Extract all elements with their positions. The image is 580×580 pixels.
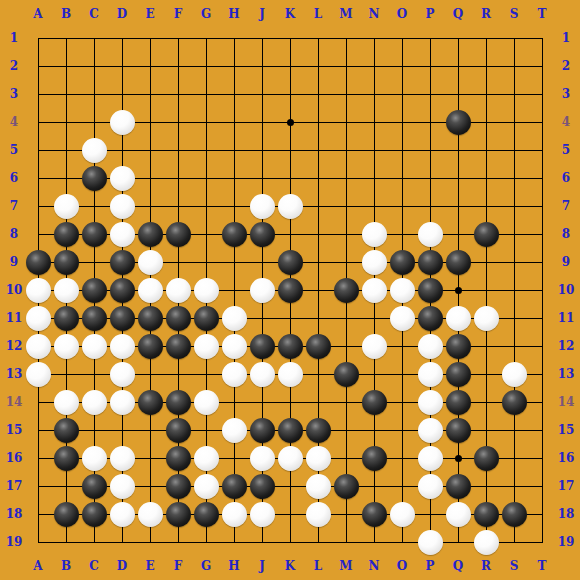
stone-white-N9[interactable]	[362, 250, 387, 275]
stone-white-G10[interactable]	[194, 278, 219, 303]
intersection-C7[interactable]	[80, 192, 108, 220]
stone-white-J16[interactable]	[250, 446, 275, 471]
intersection-F9[interactable]	[164, 248, 192, 276]
intersection-K2[interactable]	[276, 52, 304, 80]
intersection-E17[interactable]	[136, 472, 164, 500]
stone-white-C14[interactable]	[82, 390, 107, 415]
intersection-G17[interactable]	[192, 472, 220, 500]
intersection-M2[interactable]	[332, 52, 360, 80]
intersection-R13[interactable]	[472, 360, 500, 388]
intersection-F14[interactable]	[164, 388, 192, 416]
intersection-S16[interactable]	[500, 444, 528, 472]
intersection-E4[interactable]	[136, 108, 164, 136]
intersection-M8[interactable]	[332, 220, 360, 248]
intersection-P3[interactable]	[416, 80, 444, 108]
stone-black-Q15[interactable]	[446, 418, 471, 443]
stone-white-P14[interactable]	[418, 390, 443, 415]
intersection-T5[interactable]	[528, 136, 556, 164]
intersection-G1[interactable]	[192, 24, 220, 52]
intersection-T14[interactable]	[528, 388, 556, 416]
intersection-J15[interactable]	[248, 416, 276, 444]
intersection-B15[interactable]	[52, 416, 80, 444]
intersection-E1[interactable]	[136, 24, 164, 52]
intersection-M15[interactable]	[332, 416, 360, 444]
intersection-K4[interactable]	[276, 108, 304, 136]
intersection-R19[interactable]	[472, 528, 500, 556]
stone-black-R18[interactable]	[474, 502, 499, 527]
intersection-M19[interactable]	[332, 528, 360, 556]
intersection-B1[interactable]	[52, 24, 80, 52]
intersection-R2[interactable]	[472, 52, 500, 80]
intersection-N6[interactable]	[360, 164, 388, 192]
intersection-K12[interactable]	[276, 332, 304, 360]
intersection-L10[interactable]	[304, 276, 332, 304]
intersection-C14[interactable]	[80, 388, 108, 416]
stone-black-D9[interactable]	[110, 250, 135, 275]
intersection-N11[interactable]	[360, 304, 388, 332]
stone-black-F14[interactable]	[166, 390, 191, 415]
intersection-J17[interactable]	[248, 472, 276, 500]
intersection-D19[interactable]	[108, 528, 136, 556]
intersection-B3[interactable]	[52, 80, 80, 108]
intersection-B14[interactable]	[52, 388, 80, 416]
intersection-T18[interactable]	[528, 500, 556, 528]
intersection-Q3[interactable]	[444, 80, 472, 108]
intersection-T15[interactable]	[528, 416, 556, 444]
intersection-L13[interactable]	[304, 360, 332, 388]
stone-black-B8[interactable]	[54, 222, 79, 247]
intersection-R9[interactable]	[472, 248, 500, 276]
intersection-E3[interactable]	[136, 80, 164, 108]
stone-white-R11[interactable]	[474, 306, 499, 331]
intersection-M10[interactable]	[332, 276, 360, 304]
intersection-B16[interactable]	[52, 444, 80, 472]
stone-white-B12[interactable]	[54, 334, 79, 359]
intersection-R16[interactable]	[472, 444, 500, 472]
intersection-F2[interactable]	[164, 52, 192, 80]
stone-white-J10[interactable]	[250, 278, 275, 303]
intersection-M9[interactable]	[332, 248, 360, 276]
stone-black-M17[interactable]	[334, 474, 359, 499]
stone-white-D14[interactable]	[110, 390, 135, 415]
intersection-S17[interactable]	[500, 472, 528, 500]
intersection-J12[interactable]	[248, 332, 276, 360]
intersection-N8[interactable]	[360, 220, 388, 248]
intersection-B11[interactable]	[52, 304, 80, 332]
intersection-L4[interactable]	[304, 108, 332, 136]
stone-white-A11[interactable]	[26, 306, 51, 331]
intersection-F18[interactable]	[164, 500, 192, 528]
intersection-Q19[interactable]	[444, 528, 472, 556]
stone-black-N16[interactable]	[362, 446, 387, 471]
intersection-E2[interactable]	[136, 52, 164, 80]
intersection-C9[interactable]	[80, 248, 108, 276]
intersection-G13[interactable]	[192, 360, 220, 388]
intersection-R15[interactable]	[472, 416, 500, 444]
stone-black-P11[interactable]	[418, 306, 443, 331]
intersection-E10[interactable]	[136, 276, 164, 304]
intersection-O19[interactable]	[388, 528, 416, 556]
stone-white-N12[interactable]	[362, 334, 387, 359]
intersection-T16[interactable]	[528, 444, 556, 472]
intersection-O14[interactable]	[388, 388, 416, 416]
intersection-S1[interactable]	[500, 24, 528, 52]
stone-white-D17[interactable]	[110, 474, 135, 499]
intersection-L16[interactable]	[304, 444, 332, 472]
intersection-R17[interactable]	[472, 472, 500, 500]
intersection-J8[interactable]	[248, 220, 276, 248]
intersection-C6[interactable]	[80, 164, 108, 192]
stone-white-N8[interactable]	[362, 222, 387, 247]
intersection-C1[interactable]	[80, 24, 108, 52]
intersection-R8[interactable]	[472, 220, 500, 248]
intersection-P11[interactable]	[416, 304, 444, 332]
intersection-P14[interactable]	[416, 388, 444, 416]
intersection-T2[interactable]	[528, 52, 556, 80]
intersection-D1[interactable]	[108, 24, 136, 52]
stone-black-J8[interactable]	[250, 222, 275, 247]
intersection-P18[interactable]	[416, 500, 444, 528]
intersection-H2[interactable]	[220, 52, 248, 80]
intersection-Q9[interactable]	[444, 248, 472, 276]
stone-black-K10[interactable]	[278, 278, 303, 303]
stone-white-P16[interactable]	[418, 446, 443, 471]
stone-black-S18[interactable]	[502, 502, 527, 527]
intersection-H1[interactable]	[220, 24, 248, 52]
intersection-K17[interactable]	[276, 472, 304, 500]
intersection-D7[interactable]	[108, 192, 136, 220]
intersection-S15[interactable]	[500, 416, 528, 444]
intersection-A18[interactable]	[24, 500, 52, 528]
stone-white-B7[interactable]	[54, 194, 79, 219]
intersection-P13[interactable]	[416, 360, 444, 388]
intersection-G11[interactable]	[192, 304, 220, 332]
intersection-T1[interactable]	[528, 24, 556, 52]
intersection-M16[interactable]	[332, 444, 360, 472]
intersection-F19[interactable]	[164, 528, 192, 556]
stone-white-L16[interactable]	[306, 446, 331, 471]
intersection-L19[interactable]	[304, 528, 332, 556]
stone-black-B9[interactable]	[54, 250, 79, 275]
intersection-M13[interactable]	[332, 360, 360, 388]
intersection-H16[interactable]	[220, 444, 248, 472]
intersection-K13[interactable]	[276, 360, 304, 388]
intersection-A4[interactable]	[24, 108, 52, 136]
stone-white-E9[interactable]	[138, 250, 163, 275]
intersection-E7[interactable]	[136, 192, 164, 220]
intersection-J14[interactable]	[248, 388, 276, 416]
intersection-Q15[interactable]	[444, 416, 472, 444]
intersection-T13[interactable]	[528, 360, 556, 388]
intersection-O18[interactable]	[388, 500, 416, 528]
stone-white-E18[interactable]	[138, 502, 163, 527]
intersection-L17[interactable]	[304, 472, 332, 500]
stone-black-F8[interactable]	[166, 222, 191, 247]
intersection-D13[interactable]	[108, 360, 136, 388]
intersection-M12[interactable]	[332, 332, 360, 360]
intersection-B6[interactable]	[52, 164, 80, 192]
intersection-Q11[interactable]	[444, 304, 472, 332]
stone-white-D8[interactable]	[110, 222, 135, 247]
stone-black-F15[interactable]	[166, 418, 191, 443]
intersection-C15[interactable]	[80, 416, 108, 444]
intersection-T3[interactable]	[528, 80, 556, 108]
intersection-O5[interactable]	[388, 136, 416, 164]
intersection-O16[interactable]	[388, 444, 416, 472]
intersection-A5[interactable]	[24, 136, 52, 164]
intersection-E11[interactable]	[136, 304, 164, 332]
stone-black-N14[interactable]	[362, 390, 387, 415]
intersection-E19[interactable]	[136, 528, 164, 556]
stone-white-S13[interactable]	[502, 362, 527, 387]
intersection-H6[interactable]	[220, 164, 248, 192]
stone-black-R8[interactable]	[474, 222, 499, 247]
stone-black-B18[interactable]	[54, 502, 79, 527]
intersection-E14[interactable]	[136, 388, 164, 416]
stone-black-L12[interactable]	[306, 334, 331, 359]
intersection-G10[interactable]	[192, 276, 220, 304]
intersection-Q16[interactable]	[444, 444, 472, 472]
intersection-D3[interactable]	[108, 80, 136, 108]
intersection-N17[interactable]	[360, 472, 388, 500]
intersection-Q6[interactable]	[444, 164, 472, 192]
intersection-H14[interactable]	[220, 388, 248, 416]
intersection-F11[interactable]	[164, 304, 192, 332]
stone-white-G16[interactable]	[194, 446, 219, 471]
intersection-F10[interactable]	[164, 276, 192, 304]
intersection-S4[interactable]	[500, 108, 528, 136]
stone-white-A10[interactable]	[26, 278, 51, 303]
stone-black-F17[interactable]	[166, 474, 191, 499]
intersection-J7[interactable]	[248, 192, 276, 220]
stone-white-R19[interactable]	[474, 530, 499, 555]
intersection-D4[interactable]	[108, 108, 136, 136]
intersection-B18[interactable]	[52, 500, 80, 528]
intersection-S8[interactable]	[500, 220, 528, 248]
intersection-J1[interactable]	[248, 24, 276, 52]
intersection-R12[interactable]	[472, 332, 500, 360]
intersection-Q7[interactable]	[444, 192, 472, 220]
intersection-P5[interactable]	[416, 136, 444, 164]
intersection-T9[interactable]	[528, 248, 556, 276]
intersection-N16[interactable]	[360, 444, 388, 472]
stone-white-P12[interactable]	[418, 334, 443, 359]
intersection-E18[interactable]	[136, 500, 164, 528]
intersection-F7[interactable]	[164, 192, 192, 220]
intersection-C2[interactable]	[80, 52, 108, 80]
stone-black-N18[interactable]	[362, 502, 387, 527]
stone-black-D11[interactable]	[110, 306, 135, 331]
stone-white-B10[interactable]	[54, 278, 79, 303]
intersection-D12[interactable]	[108, 332, 136, 360]
intersection-K10[interactable]	[276, 276, 304, 304]
intersection-P4[interactable]	[416, 108, 444, 136]
intersection-M18[interactable]	[332, 500, 360, 528]
stone-white-P19[interactable]	[418, 530, 443, 555]
intersection-J4[interactable]	[248, 108, 276, 136]
stone-white-K16[interactable]	[278, 446, 303, 471]
intersection-E15[interactable]	[136, 416, 164, 444]
intersection-H11[interactable]	[220, 304, 248, 332]
intersection-S2[interactable]	[500, 52, 528, 80]
stone-white-C5[interactable]	[82, 138, 107, 163]
intersection-E12[interactable]	[136, 332, 164, 360]
intersection-B12[interactable]	[52, 332, 80, 360]
intersection-O1[interactable]	[388, 24, 416, 52]
intersection-G12[interactable]	[192, 332, 220, 360]
intersection-M4[interactable]	[332, 108, 360, 136]
intersection-A9[interactable]	[24, 248, 52, 276]
intersection-K16[interactable]	[276, 444, 304, 472]
intersection-Q12[interactable]	[444, 332, 472, 360]
intersection-M1[interactable]	[332, 24, 360, 52]
intersection-A1[interactable]	[24, 24, 52, 52]
intersection-H8[interactable]	[220, 220, 248, 248]
stone-white-P15[interactable]	[418, 418, 443, 443]
intersection-K9[interactable]	[276, 248, 304, 276]
intersection-O3[interactable]	[388, 80, 416, 108]
intersection-K11[interactable]	[276, 304, 304, 332]
intersection-G2[interactable]	[192, 52, 220, 80]
stone-black-D10[interactable]	[110, 278, 135, 303]
intersection-F4[interactable]	[164, 108, 192, 136]
intersection-M17[interactable]	[332, 472, 360, 500]
stone-black-E12[interactable]	[138, 334, 163, 359]
stone-black-K12[interactable]	[278, 334, 303, 359]
stone-white-K7[interactable]	[278, 194, 303, 219]
intersection-G19[interactable]	[192, 528, 220, 556]
intersection-O9[interactable]	[388, 248, 416, 276]
stone-black-H17[interactable]	[222, 474, 247, 499]
stone-black-M13[interactable]	[334, 362, 359, 387]
intersection-S12[interactable]	[500, 332, 528, 360]
stone-black-Q12[interactable]	[446, 334, 471, 359]
intersection-M11[interactable]	[332, 304, 360, 332]
stone-white-G17[interactable]	[194, 474, 219, 499]
stone-black-Q17[interactable]	[446, 474, 471, 499]
intersection-P15[interactable]	[416, 416, 444, 444]
intersection-P19[interactable]	[416, 528, 444, 556]
intersection-D8[interactable]	[108, 220, 136, 248]
intersection-P17[interactable]	[416, 472, 444, 500]
intersection-P10[interactable]	[416, 276, 444, 304]
stone-white-A12[interactable]	[26, 334, 51, 359]
intersection-K6[interactable]	[276, 164, 304, 192]
intersection-J3[interactable]	[248, 80, 276, 108]
intersection-H5[interactable]	[220, 136, 248, 164]
intersection-F1[interactable]	[164, 24, 192, 52]
stone-black-R16[interactable]	[474, 446, 499, 471]
intersection-S13[interactable]	[500, 360, 528, 388]
intersection-P9[interactable]	[416, 248, 444, 276]
intersection-O13[interactable]	[388, 360, 416, 388]
intersection-S9[interactable]	[500, 248, 528, 276]
intersection-R5[interactable]	[472, 136, 500, 164]
intersection-S10[interactable]	[500, 276, 528, 304]
stone-black-Q4[interactable]	[446, 110, 471, 135]
intersection-G5[interactable]	[192, 136, 220, 164]
intersection-L9[interactable]	[304, 248, 332, 276]
intersection-D6[interactable]	[108, 164, 136, 192]
intersection-L6[interactable]	[304, 164, 332, 192]
intersection-C10[interactable]	[80, 276, 108, 304]
intersection-P6[interactable]	[416, 164, 444, 192]
stone-white-P17[interactable]	[418, 474, 443, 499]
intersection-G4[interactable]	[192, 108, 220, 136]
stone-black-E11[interactable]	[138, 306, 163, 331]
intersection-Q1[interactable]	[444, 24, 472, 52]
intersection-S19[interactable]	[500, 528, 528, 556]
intersection-B17[interactable]	[52, 472, 80, 500]
intersection-B2[interactable]	[52, 52, 80, 80]
intersection-O10[interactable]	[388, 276, 416, 304]
stone-white-H15[interactable]	[222, 418, 247, 443]
intersection-D11[interactable]	[108, 304, 136, 332]
stone-black-J12[interactable]	[250, 334, 275, 359]
intersection-J13[interactable]	[248, 360, 276, 388]
stone-black-J15[interactable]	[250, 418, 275, 443]
intersection-R10[interactable]	[472, 276, 500, 304]
stone-white-H11[interactable]	[222, 306, 247, 331]
intersection-T8[interactable]	[528, 220, 556, 248]
intersection-K5[interactable]	[276, 136, 304, 164]
intersection-A14[interactable]	[24, 388, 52, 416]
stone-white-K13[interactable]	[278, 362, 303, 387]
intersection-O17[interactable]	[388, 472, 416, 500]
stone-white-D13[interactable]	[110, 362, 135, 387]
intersection-S14[interactable]	[500, 388, 528, 416]
intersection-S11[interactable]	[500, 304, 528, 332]
intersection-Q2[interactable]	[444, 52, 472, 80]
intersection-D10[interactable]	[108, 276, 136, 304]
intersection-O11[interactable]	[388, 304, 416, 332]
intersection-Q5[interactable]	[444, 136, 472, 164]
intersection-G15[interactable]	[192, 416, 220, 444]
intersection-T4[interactable]	[528, 108, 556, 136]
intersection-K1[interactable]	[276, 24, 304, 52]
intersection-D15[interactable]	[108, 416, 136, 444]
intersection-L2[interactable]	[304, 52, 332, 80]
intersection-S7[interactable]	[500, 192, 528, 220]
intersection-R3[interactable]	[472, 80, 500, 108]
stone-white-N10[interactable]	[362, 278, 387, 303]
intersection-L3[interactable]	[304, 80, 332, 108]
intersection-L18[interactable]	[304, 500, 332, 528]
intersection-K19[interactable]	[276, 528, 304, 556]
intersection-B19[interactable]	[52, 528, 80, 556]
intersection-A17[interactable]	[24, 472, 52, 500]
intersection-A8[interactable]	[24, 220, 52, 248]
intersection-G6[interactable]	[192, 164, 220, 192]
intersection-D9[interactable]	[108, 248, 136, 276]
intersection-T19[interactable]	[528, 528, 556, 556]
stone-white-C16[interactable]	[82, 446, 107, 471]
intersection-K8[interactable]	[276, 220, 304, 248]
intersection-N5[interactable]	[360, 136, 388, 164]
intersection-P2[interactable]	[416, 52, 444, 80]
intersection-A12[interactable]	[24, 332, 52, 360]
intersection-G16[interactable]	[192, 444, 220, 472]
stone-black-F11[interactable]	[166, 306, 191, 331]
stone-black-K15[interactable]	[278, 418, 303, 443]
intersection-J18[interactable]	[248, 500, 276, 528]
stone-white-B14[interactable]	[54, 390, 79, 415]
stone-white-A13[interactable]	[26, 362, 51, 387]
intersection-Q4[interactable]	[444, 108, 472, 136]
stone-white-D12[interactable]	[110, 334, 135, 359]
intersection-H13[interactable]	[220, 360, 248, 388]
stone-black-M10[interactable]	[334, 278, 359, 303]
